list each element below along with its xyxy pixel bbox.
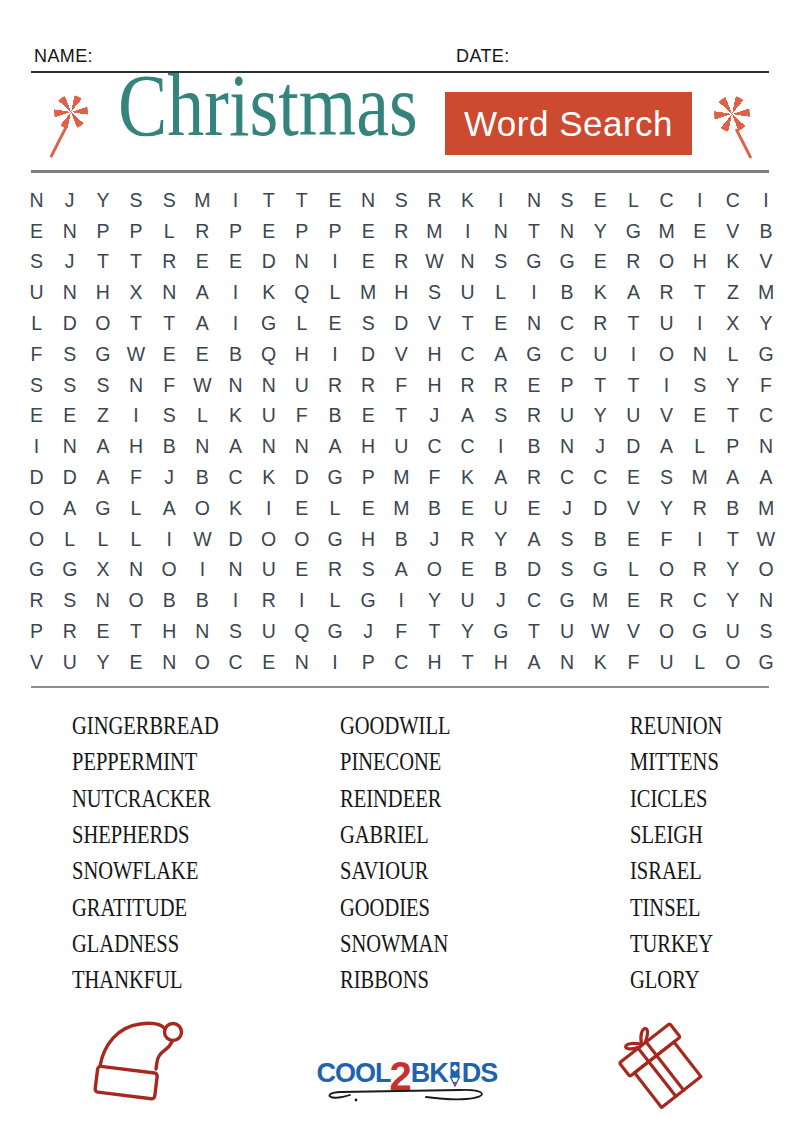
grid-cell: R	[53, 616, 86, 647]
date-label: DATE:	[456, 46, 510, 67]
grid-cell: E	[285, 555, 318, 586]
word-list-item: ICICLES	[630, 781, 743, 817]
word-list-item: GLADNESS	[72, 926, 251, 962]
grid-cell: D	[285, 462, 318, 493]
grid-cell: U	[385, 431, 418, 462]
lollipop-stick-left	[49, 126, 67, 158]
grid-cell: O	[650, 247, 683, 278]
grid-cell: I	[683, 308, 716, 339]
grid-cell: P	[219, 216, 252, 247]
grid-cell: A	[650, 431, 683, 462]
grid-cell: O	[716, 647, 749, 678]
grid-cell: K	[252, 462, 285, 493]
grid-cell: E	[20, 401, 53, 432]
grid-cell: R	[451, 370, 484, 401]
grid-cell: I	[119, 401, 152, 432]
grid-cell: G	[53, 555, 86, 586]
grid-cell: U	[716, 616, 749, 647]
candy-lollipop-icon-right	[714, 96, 750, 132]
grid-cell: R	[385, 247, 418, 278]
grid-cell: E	[352, 493, 385, 524]
grid-cell: F	[385, 370, 418, 401]
grid-cell: C	[219, 647, 252, 678]
grid-cell: L	[617, 555, 650, 586]
grid-cell: R	[252, 585, 285, 616]
grid-cell: S	[352, 555, 385, 586]
grid-cell: Y	[484, 524, 517, 555]
grid-cell: U	[584, 339, 617, 370]
grid-cell: T	[683, 277, 716, 308]
grid-cell: N	[53, 216, 86, 247]
grid-cell: R	[451, 524, 484, 555]
grid-cell: R	[153, 247, 186, 278]
gift-box-icon	[598, 1008, 724, 1120]
grid-cell: D	[584, 493, 617, 524]
grid-cell: S	[683, 370, 716, 401]
grid-cell: A	[617, 277, 650, 308]
grid-cell: L	[683, 431, 716, 462]
grid-cell: I	[617, 339, 650, 370]
grid-cell: H	[418, 647, 451, 678]
grid-cell: B	[418, 493, 451, 524]
grid-cell: N	[517, 308, 550, 339]
grid-cell: G	[318, 524, 351, 555]
page-title-christmas: Christmas	[118, 62, 418, 150]
grid-cell: A	[716, 462, 749, 493]
cool2bkids-logo: COOL2BK DS	[312, 1056, 502, 1090]
word-list-item: SHEPHERDS	[72, 817, 251, 853]
grid-cell: O	[20, 493, 53, 524]
grid-cell: X	[716, 308, 749, 339]
grid-cell: M	[418, 216, 451, 247]
grid-cell: T	[285, 185, 318, 216]
word-column-1: GINGERBREADPEPPERMINTNUTCRACKERSHEPHERDS…	[72, 708, 251, 998]
grid-cell: N	[20, 185, 53, 216]
grid-cell: Y	[86, 647, 119, 678]
grid-cell: R	[683, 493, 716, 524]
grid-cell: E	[186, 339, 219, 370]
grid-cell: T	[418, 616, 451, 647]
grid-cell: S	[551, 555, 584, 586]
grid-cell: E	[584, 247, 617, 278]
grid-cell: C	[716, 185, 749, 216]
grid-cell: F	[650, 524, 683, 555]
grid-cell: V	[650, 401, 683, 432]
grid-cell: I	[484, 185, 517, 216]
word-list-item: SLEIGH	[630, 817, 743, 853]
grid-cell: V	[617, 493, 650, 524]
grid-cell: O	[20, 524, 53, 555]
grid-cell: R	[20, 585, 53, 616]
word-list-item: GOODIES	[340, 889, 475, 925]
grid-cell: B	[749, 216, 782, 247]
grid-cell: O	[418, 555, 451, 586]
grid-cell: J	[551, 493, 584, 524]
grid-cell: T	[451, 308, 484, 339]
grid-cell: T	[385, 401, 418, 432]
grid-cell: P	[318, 216, 351, 247]
grid-cell: S	[551, 185, 584, 216]
grid-cell: P	[352, 647, 385, 678]
grid-cell: C	[451, 339, 484, 370]
grid-cell: I	[318, 247, 351, 278]
grid-cell: V	[716, 216, 749, 247]
grid-cell: I	[20, 431, 53, 462]
grid-cell: I	[484, 431, 517, 462]
grid-cell: L	[20, 308, 53, 339]
grid-cell: G	[551, 247, 584, 278]
grid-cell: N	[252, 370, 285, 401]
grid-cell: I	[153, 524, 186, 555]
grid-cell: V	[418, 308, 451, 339]
word-column-2: GOODWILLPINECONEREINDEERGABRIELSAVIOURGO…	[340, 708, 475, 998]
grid-cell: T	[517, 616, 550, 647]
grid-cell: U	[252, 401, 285, 432]
grid-cell: U	[451, 277, 484, 308]
grid-cell: A	[484, 339, 517, 370]
grid-cell: D	[252, 247, 285, 278]
grid-cell: T	[584, 370, 617, 401]
grid-cell: M	[749, 277, 782, 308]
grid-cell: E	[352, 401, 385, 432]
grid-cell: N	[285, 431, 318, 462]
grid-cell: U	[551, 616, 584, 647]
grid-cell: E	[318, 308, 351, 339]
grid-cell: R	[517, 462, 550, 493]
lollipop-stick-right	[735, 128, 753, 159]
grid-cell: S	[53, 370, 86, 401]
grid-cell: C	[551, 339, 584, 370]
grid-cell: S	[352, 308, 385, 339]
grid-cell: A	[517, 647, 550, 678]
grid-cell: D	[20, 462, 53, 493]
grid-cell: I	[318, 339, 351, 370]
grid-cell: U	[551, 401, 584, 432]
word-list-item: GLORY	[630, 962, 743, 998]
grid-cell: S	[219, 616, 252, 647]
grid-cell: B	[219, 339, 252, 370]
grid-cell: D	[617, 431, 650, 462]
grid-cell: A	[219, 431, 252, 462]
grid-cell: U	[451, 585, 484, 616]
grid-cell: M	[385, 462, 418, 493]
grid-cell: O	[749, 555, 782, 586]
grid-cell: M	[385, 493, 418, 524]
grid-cell: G	[617, 216, 650, 247]
grid-cell: B	[716, 493, 749, 524]
grid-cell: T	[716, 401, 749, 432]
grid-cell: Q	[285, 277, 318, 308]
word-list-item: TURKEY	[630, 926, 743, 962]
grid-cell: G	[318, 616, 351, 647]
grid-cell: T	[451, 647, 484, 678]
grid-cell: G	[318, 462, 351, 493]
grid-cell: S	[484, 247, 517, 278]
grid-cell: U	[650, 647, 683, 678]
grid-cell: R	[186, 216, 219, 247]
grid-cell: N	[749, 431, 782, 462]
grid-cell: R	[584, 308, 617, 339]
grid-cell: B	[584, 524, 617, 555]
grid-cell: N	[186, 616, 219, 647]
grid-cell: W	[186, 370, 219, 401]
grid-cell: E	[484, 308, 517, 339]
grid-cell: N	[484, 216, 517, 247]
grid-cell: Y	[716, 370, 749, 401]
grid-cell: R	[683, 555, 716, 586]
grid-cell: S	[418, 277, 451, 308]
grid-cell: Y	[716, 585, 749, 616]
grid-cell: C	[451, 431, 484, 462]
grid-cell: H	[683, 247, 716, 278]
grid-cell: G	[86, 339, 119, 370]
grid-cell: U	[650, 308, 683, 339]
grid-cell: T	[716, 524, 749, 555]
grid-cell: E	[451, 555, 484, 586]
grid-cell: L	[119, 524, 152, 555]
grid-cell: R	[617, 247, 650, 278]
grid-cell: E	[285, 493, 318, 524]
grid-cell: I	[385, 585, 418, 616]
grid-cell: R	[318, 555, 351, 586]
grid-cell: B	[186, 462, 219, 493]
grid-cell: O	[186, 647, 219, 678]
grid-cell: G	[749, 647, 782, 678]
grid-cell: S	[385, 185, 418, 216]
grid-cell: E	[352, 247, 385, 278]
grid-cell: M	[650, 216, 683, 247]
grid-cell: J	[484, 585, 517, 616]
grid-cell: G	[584, 555, 617, 586]
grid-cell: P	[352, 462, 385, 493]
grid-cell: B	[153, 585, 186, 616]
grid-cell: K	[716, 247, 749, 278]
grid-cell: A	[86, 431, 119, 462]
grid-cell: H	[86, 277, 119, 308]
grid-cell: L	[318, 585, 351, 616]
grid-cell: N	[517, 185, 550, 216]
grid-cell: C	[650, 185, 683, 216]
grid-cell: P	[551, 370, 584, 401]
grid-cell: G	[352, 585, 385, 616]
grid-cell: V	[749, 247, 782, 278]
grid-cell: A	[749, 462, 782, 493]
grid-cell: I	[186, 555, 219, 586]
grid-cell: N	[683, 339, 716, 370]
grid-cell: H	[484, 647, 517, 678]
grid-cell: H	[418, 370, 451, 401]
grid-cell: E	[186, 247, 219, 278]
grid-cell: N	[219, 370, 252, 401]
grid-cell: K	[219, 401, 252, 432]
logo-underline-swirl-icon	[310, 1086, 500, 1106]
grid-cell: Y	[716, 555, 749, 586]
grid-cell: A	[186, 308, 219, 339]
grid-cell: U	[617, 401, 650, 432]
grid-cell: V	[385, 339, 418, 370]
grid-cell: N	[86, 585, 119, 616]
grid-cell: G	[551, 585, 584, 616]
grid-cell: S	[86, 370, 119, 401]
grid-cell: K	[451, 185, 484, 216]
grid-cell: E	[153, 339, 186, 370]
grid-cell: A	[153, 493, 186, 524]
grid-cell: J	[352, 616, 385, 647]
grid-cell: R	[318, 370, 351, 401]
word-list-item: TINSEL	[630, 889, 743, 925]
grid-cell: O	[186, 493, 219, 524]
grid-cell: E	[318, 185, 351, 216]
word-list-item: PINECONE	[340, 744, 475, 780]
grid-cell: L	[53, 524, 86, 555]
grid-cell: Y	[584, 401, 617, 432]
grid-cell: L	[285, 308, 318, 339]
grid-cell: N	[285, 647, 318, 678]
grid-cell: A	[186, 277, 219, 308]
grid-cell: E	[219, 247, 252, 278]
grid-cell: S	[20, 370, 53, 401]
grid-cell: N	[551, 647, 584, 678]
grid-cell: N	[551, 431, 584, 462]
grid-cell: T	[517, 216, 550, 247]
grid-cell: W	[119, 339, 152, 370]
grid-cell: U	[20, 277, 53, 308]
word-list-item: GOODWILL	[340, 708, 475, 744]
grid-cell: M	[186, 185, 219, 216]
grid-cell: D	[53, 462, 86, 493]
grid-cell: H	[352, 524, 385, 555]
grid-cell: Z	[716, 277, 749, 308]
grid-cell: L	[86, 524, 119, 555]
grid-cell: K	[584, 647, 617, 678]
grid-cell: C	[551, 462, 584, 493]
grid-cell: N	[451, 247, 484, 278]
word-list-item: MITTENS	[630, 744, 743, 780]
grid-cell: N	[285, 247, 318, 278]
grid-cell: U	[252, 555, 285, 586]
grid-cell: O	[153, 555, 186, 586]
grid-cell: B	[186, 585, 219, 616]
grid-cell: C	[551, 308, 584, 339]
grid-cell: Q	[285, 616, 318, 647]
grid-cell: B	[318, 401, 351, 432]
grid-cell: E	[683, 401, 716, 432]
grid-cell: N	[119, 370, 152, 401]
grid-cell: C	[385, 647, 418, 678]
grid-cell: M	[749, 493, 782, 524]
word-list-item: SNOWMAN	[340, 926, 475, 962]
grid-cell: M	[584, 585, 617, 616]
word-search-banner: Word Search	[445, 92, 692, 155]
grid-cell: L	[484, 277, 517, 308]
grid-cell: G	[20, 555, 53, 586]
grid-cell: S	[119, 185, 152, 216]
logo-text-cool: COOL	[317, 1058, 391, 1089]
grid-cell: N	[186, 431, 219, 462]
logo-text-ds: DS	[462, 1058, 498, 1089]
grid-cell: T	[252, 185, 285, 216]
grid-cell: N	[53, 431, 86, 462]
grid-cell: U	[484, 493, 517, 524]
grid-cell: H	[285, 339, 318, 370]
grid-cell: E	[86, 616, 119, 647]
grid-cell: O	[285, 524, 318, 555]
word-list-item: NUTCRACKER	[72, 781, 251, 817]
grid-cell: N	[153, 647, 186, 678]
grid-cell: F	[153, 370, 186, 401]
grid-cell: E	[617, 524, 650, 555]
grid-cell: S	[53, 585, 86, 616]
grid-cell: A	[318, 431, 351, 462]
grid-cell: I	[252, 493, 285, 524]
grid-cell: R	[517, 401, 550, 432]
grid-cell: Y	[584, 216, 617, 247]
grid-cell: C	[418, 431, 451, 462]
grid-cell: B	[484, 555, 517, 586]
grid-cell: I	[749, 185, 782, 216]
grid-cell: F	[20, 339, 53, 370]
grid-cell: M	[352, 277, 385, 308]
grid-cell: A	[451, 401, 484, 432]
grid-cell: R	[484, 370, 517, 401]
grid-cell: T	[119, 247, 152, 278]
grid-cell: W	[186, 524, 219, 555]
grid-cell: P	[20, 616, 53, 647]
grid-cell: S	[650, 462, 683, 493]
grid-cell: S	[749, 616, 782, 647]
grid-cell: H	[352, 431, 385, 462]
grid-cell: K	[584, 277, 617, 308]
word-list-item: GABRIEL	[340, 817, 475, 853]
letter-grid: NJYSSMITTENSRKINSELCICIENPPLRPEPPERMINTN…	[20, 185, 783, 678]
grid-cell: F	[749, 370, 782, 401]
grid-cell: T	[153, 308, 186, 339]
grid-cell: E	[517, 370, 550, 401]
grid-cell: R	[352, 370, 385, 401]
grid-cell: Y	[650, 493, 683, 524]
grid-cell: Z	[86, 401, 119, 432]
grid-cell: A	[484, 462, 517, 493]
grid-cell: L	[186, 401, 219, 432]
grid-cell: I	[318, 647, 351, 678]
grid-cell: R	[650, 585, 683, 616]
grid-cell: F	[119, 462, 152, 493]
grid-cell: F	[385, 616, 418, 647]
grid-cell: J	[418, 401, 451, 432]
grid-cell: T	[86, 247, 119, 278]
logo-text-bk: BK	[411, 1058, 448, 1089]
grid-cell: Q	[252, 339, 285, 370]
grid-cell: J	[53, 185, 86, 216]
grid-cell: E	[617, 462, 650, 493]
grid-cell: N	[119, 555, 152, 586]
grid-cell: N	[53, 277, 86, 308]
grid-cell: X	[86, 555, 119, 586]
grid-cell: C	[749, 401, 782, 432]
grid-cell: E	[683, 216, 716, 247]
grid-cell: L	[716, 339, 749, 370]
grid-cell: S	[53, 339, 86, 370]
grid-cell: L	[617, 185, 650, 216]
grid-cell: W	[749, 524, 782, 555]
grid-cell: E	[53, 401, 86, 432]
grid-cell: G	[683, 616, 716, 647]
grid-cell: P	[716, 431, 749, 462]
grid-cell: N	[252, 431, 285, 462]
grid-cell: E	[352, 216, 385, 247]
grid-cell: O	[252, 524, 285, 555]
grid-cell: G	[749, 339, 782, 370]
